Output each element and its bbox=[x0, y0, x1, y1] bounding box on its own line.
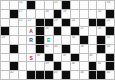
cell-r5c12[interactable]: 35 bbox=[106, 45, 114, 53]
clue-number: 31 bbox=[107, 36, 110, 39]
cell-r5c5[interactable]: 32 bbox=[45, 45, 53, 53]
black-cell-r5c7 bbox=[62, 45, 70, 53]
cell-r3c5[interactable]: 26 bbox=[45, 27, 53, 35]
black-cell-r1c12 bbox=[106, 10, 114, 18]
cell-r8c2[interactable] bbox=[19, 71, 27, 79]
cell-r8c9[interactable]: 44 bbox=[80, 71, 88, 79]
cell-r6c2[interactable] bbox=[19, 54, 27, 62]
cell-r3c11[interactable]: 28 bbox=[97, 27, 105, 35]
black-cell-r8c5 bbox=[45, 71, 53, 79]
cell-r6c1[interactable] bbox=[10, 54, 18, 62]
cell-r2c2[interactable]: 21 bbox=[19, 19, 27, 27]
black-cell-r6c12 bbox=[106, 54, 114, 62]
cell-r1c11[interactable]: 20 bbox=[97, 10, 105, 18]
black-cell-r6c8 bbox=[71, 54, 79, 62]
cell-r0c4[interactable] bbox=[36, 1, 44, 9]
entry-letter: S bbox=[27, 55, 35, 62]
cell-r1c0[interactable] bbox=[1, 10, 9, 18]
cell-r5c8[interactable] bbox=[71, 45, 79, 53]
cell-r6c7[interactable]: 37 bbox=[62, 54, 70, 62]
entry-letter: R bbox=[27, 37, 35, 44]
cell-r3c9[interactable]: 27 bbox=[80, 27, 88, 35]
clue-number: 41 bbox=[98, 62, 101, 65]
cell-r7c8[interactable]: 40 bbox=[71, 62, 79, 70]
clue-number: 18 bbox=[45, 10, 48, 13]
clue-number: 28 bbox=[98, 27, 101, 30]
cell-r6c3[interactable]: S bbox=[27, 54, 35, 62]
cell-r1c7[interactable]: 19 bbox=[62, 10, 70, 18]
black-cell-r3c6 bbox=[54, 27, 62, 35]
cell-r6c0[interactable] bbox=[1, 54, 9, 62]
cell-r7c7[interactable] bbox=[62, 62, 70, 70]
black-cell-r5c11 bbox=[97, 45, 105, 53]
cell-r2c3[interactable]: 22 bbox=[27, 19, 35, 27]
cell-r6c9[interactable] bbox=[80, 54, 88, 62]
clue-number: 25 bbox=[107, 19, 110, 22]
cell-r4c7[interactable] bbox=[62, 36, 70, 44]
black-cell-r8c11 bbox=[97, 71, 105, 79]
cell-r8c0[interactable] bbox=[1, 71, 9, 79]
clue-number: 44 bbox=[80, 71, 83, 74]
cell-r7c0[interactable] bbox=[1, 62, 9, 70]
black-cell-r2c11 bbox=[97, 19, 105, 27]
cell-r3c3[interactable]: A bbox=[27, 27, 35, 35]
clue-number: 32 bbox=[45, 45, 48, 48]
cell-r7c11[interactable]: 41 bbox=[97, 62, 105, 70]
cell-r3c1[interactable] bbox=[10, 27, 18, 35]
cell-r0c10[interactable] bbox=[89, 1, 97, 9]
clue-number: 16 bbox=[107, 1, 110, 4]
black-cell-r1c6 bbox=[54, 10, 62, 18]
clue-number: 22 bbox=[28, 19, 31, 22]
cell-r2c6[interactable]: 23 bbox=[54, 19, 62, 27]
black-cell-r8c4 bbox=[36, 71, 44, 79]
clue-number: 21 bbox=[19, 19, 22, 22]
clue-number: 17 bbox=[19, 10, 22, 13]
entry-letter: E bbox=[45, 37, 53, 44]
black-cell-r7c1 bbox=[10, 62, 18, 70]
clue-number: 24 bbox=[72, 19, 75, 22]
cell-r6c6[interactable] bbox=[54, 54, 62, 62]
black-cell-r8c7 bbox=[62, 71, 70, 79]
cell-r7c3[interactable] bbox=[27, 62, 35, 70]
cell-r4c5[interactable]: E bbox=[45, 36, 53, 44]
cell-r0c9[interactable] bbox=[80, 1, 88, 9]
clue-number: 34 bbox=[80, 45, 83, 48]
clue-number: 45 bbox=[107, 71, 110, 74]
black-cell-r2c5 bbox=[45, 19, 53, 27]
black-cell-r4c4 bbox=[36, 36, 44, 44]
black-cell-r8c3 bbox=[27, 71, 35, 79]
clue-number: 19 bbox=[63, 10, 66, 13]
cell-r8c6[interactable]: 43 bbox=[54, 71, 62, 79]
clue-number: 30 bbox=[72, 36, 75, 39]
clue-number: 23 bbox=[54, 19, 57, 22]
clue-number: 15 bbox=[54, 1, 57, 4]
black-cell-r3c8 bbox=[71, 27, 79, 35]
clue-number: 20 bbox=[98, 10, 101, 13]
cell-r1c8[interactable] bbox=[71, 10, 79, 18]
cell-r1c5[interactable]: 18 bbox=[45, 10, 53, 18]
cell-r8c8[interactable] bbox=[71, 71, 79, 79]
clue-number: 38 bbox=[89, 54, 92, 57]
clue-number: 42 bbox=[10, 71, 13, 74]
clue-number: 27 bbox=[80, 27, 83, 30]
black-cell-r7c6 bbox=[54, 62, 62, 70]
cell-r4c1[interactable] bbox=[10, 36, 18, 44]
black-cell-r7c12 bbox=[106, 62, 114, 70]
black-cell-r6c5 bbox=[45, 54, 53, 62]
cell-r4c10[interactable] bbox=[89, 36, 97, 44]
black-cell-r2c7 bbox=[62, 19, 70, 27]
cell-r0c11[interactable] bbox=[97, 1, 105, 9]
black-cell-r3c12 bbox=[106, 27, 114, 35]
entry-letter: A bbox=[27, 28, 35, 35]
cell-r2c12[interactable]: 25 bbox=[106, 19, 114, 27]
black-cell-r7c10 bbox=[89, 62, 97, 70]
black-cell-r2c10 bbox=[89, 19, 97, 27]
clue-number: 37 bbox=[63, 54, 66, 57]
cell-r5c9[interactable]: 34 bbox=[80, 45, 88, 53]
cell-r3c7[interactable] bbox=[62, 27, 70, 35]
cell-r5c10[interactable] bbox=[89, 45, 97, 53]
clue-number: 39 bbox=[45, 62, 48, 65]
cell-r0c6[interactable]: 15 bbox=[54, 1, 62, 9]
cell-r7c4[interactable] bbox=[36, 62, 44, 70]
cell-r2c9[interactable] bbox=[80, 19, 88, 27]
cell-r0c8[interactable] bbox=[71, 1, 79, 9]
cell-r6c10[interactable]: 38 bbox=[89, 54, 97, 62]
black-cell-r5c4 bbox=[36, 45, 44, 53]
cell-r3c2[interactable] bbox=[19, 27, 27, 35]
cell-r4c2[interactable] bbox=[19, 36, 27, 44]
black-cell-r1c1 bbox=[10, 10, 18, 18]
clue-number: 14 bbox=[19, 1, 22, 4]
cell-r0c5[interactable] bbox=[45, 1, 53, 9]
cell-r7c9[interactable] bbox=[80, 62, 88, 70]
cell-r8c12[interactable]: 45 bbox=[106, 71, 114, 79]
black-cell-r8c10 bbox=[89, 71, 97, 79]
clue-number: 40 bbox=[72, 62, 75, 65]
black-cell-r3c4 bbox=[36, 27, 44, 35]
cell-r2c8[interactable]: 24 bbox=[71, 19, 79, 27]
cell-r0c12[interactable]: 16 bbox=[106, 1, 114, 9]
clue-number: 36 bbox=[37, 54, 40, 57]
black-cell-r4c11 bbox=[97, 36, 105, 44]
cell-r1c2[interactable]: 17 bbox=[19, 10, 27, 18]
cell-r5c2[interactable] bbox=[19, 45, 27, 53]
cell-r3c10[interactable] bbox=[89, 27, 97, 35]
black-cell-r2c4 bbox=[36, 19, 44, 27]
clue-number: 35 bbox=[107, 45, 110, 48]
black-cell-r0c7 bbox=[62, 1, 70, 9]
cell-r5c3[interactable] bbox=[27, 45, 35, 53]
clue-number: 43 bbox=[54, 71, 57, 74]
cell-r4c8[interactable]: 30 bbox=[71, 36, 79, 44]
cell-r1c9[interactable] bbox=[80, 10, 88, 18]
clue-number: 33 bbox=[54, 45, 57, 48]
cell-r4c12[interactable]: 31 bbox=[106, 36, 114, 44]
cell-r4c3[interactable]: R bbox=[27, 36, 35, 44]
cell-r5c6[interactable]: 33 bbox=[54, 45, 62, 53]
black-cell-r3c0 bbox=[1, 27, 9, 35]
black-cell-r0c3 bbox=[27, 1, 35, 9]
black-cell-r5c1 bbox=[10, 45, 18, 53]
cell-r2c1[interactable] bbox=[10, 19, 18, 27]
cell-r8c1[interactable]: 42 bbox=[10, 71, 18, 79]
cell-r0c2[interactable]: 14 bbox=[19, 1, 27, 9]
cell-r7c2[interactable] bbox=[19, 62, 27, 70]
cell-r1c10[interactable] bbox=[89, 10, 97, 18]
cell-r2c0[interactable] bbox=[1, 19, 9, 27]
cell-r7c5[interactable]: 39 bbox=[45, 62, 53, 70]
cell-r0c0[interactable] bbox=[1, 1, 9, 9]
black-cell-r4c9 bbox=[80, 36, 88, 44]
cell-r1c4[interactable] bbox=[36, 10, 44, 18]
cell-r6c4[interactable]: 36 bbox=[36, 54, 44, 62]
cell-r5c0[interactable] bbox=[1, 45, 9, 53]
cell-r6c11[interactable] bbox=[97, 54, 105, 62]
crossword-grid: 141516171819202122232425A26272829RE30313… bbox=[0, 0, 115, 80]
cell-r4c0[interactable]: 29 bbox=[1, 36, 9, 44]
cell-r4c6[interactable] bbox=[54, 36, 62, 44]
cell-r0c1[interactable] bbox=[10, 1, 18, 9]
clue-number: 29 bbox=[2, 36, 5, 39]
clue-number: 26 bbox=[45, 27, 48, 30]
cell-r1c3[interactable] bbox=[27, 10, 35, 18]
